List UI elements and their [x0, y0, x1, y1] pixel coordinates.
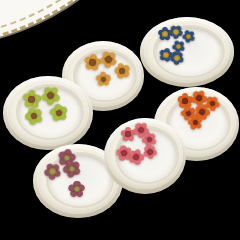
jar-green-flowers: [3, 76, 93, 150]
product-photo-stage: [0, 0, 240, 240]
dried-flower-burgundy: [69, 181, 86, 198]
flower-center: [27, 95, 34, 102]
jar-blue-flowers: [140, 17, 234, 87]
flower-center: [192, 119, 198, 125]
jars-layer: [0, 0, 240, 240]
flower-center: [182, 98, 188, 104]
jar-pink-flowers: [104, 118, 186, 194]
flower-center: [185, 33, 191, 39]
flower-center: [74, 186, 80, 192]
dried-flower-orange: [186, 113, 203, 130]
flower-center: [88, 58, 95, 65]
